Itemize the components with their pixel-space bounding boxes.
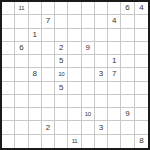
cell-r7c9[interactable] <box>108 82 121 95</box>
cell-r10c5[interactable] <box>55 121 68 134</box>
given-1-r3c3[interactable]: 1 <box>29 29 42 42</box>
cell-r9c4[interactable] <box>42 108 55 121</box>
cell-r1c5[interactable] <box>55 2 68 15</box>
cell-r8c5[interactable] <box>55 95 68 108</box>
cell-r3c9[interactable] <box>108 29 121 42</box>
given-9-r4c7[interactable]: 9 <box>82 42 95 55</box>
given-4-r1c11[interactable]: 4 <box>135 2 148 15</box>
given-11-r1c2[interactable]: 11 <box>15 2 28 15</box>
cell-r10c2[interactable] <box>15 121 28 134</box>
cell-r4c4[interactable] <box>42 42 55 55</box>
cell-r1c6[interactable] <box>68 2 81 15</box>
cell-r10c1[interactable] <box>2 121 15 134</box>
cell-r1c1[interactable] <box>2 2 15 15</box>
given-6-r1c10[interactable]: 6 <box>121 2 134 15</box>
cell-r8c3[interactable] <box>29 95 42 108</box>
cell-r2c6[interactable] <box>68 15 81 28</box>
cell-r6c10[interactable] <box>121 68 134 81</box>
cell-r3c4[interactable] <box>42 29 55 42</box>
cell-r3c7[interactable] <box>82 29 95 42</box>
cell-r6c7[interactable] <box>82 68 95 81</box>
cell-r10c10[interactable] <box>121 121 134 134</box>
cell-r2c7[interactable] <box>82 15 95 28</box>
cell-r9c9[interactable] <box>108 108 121 121</box>
cell-r10c11[interactable] <box>135 121 148 134</box>
given-11-r11c6[interactable]: 11 <box>68 135 81 148</box>
given-5-r5c5[interactable]: 5 <box>55 55 68 68</box>
cell-r7c3[interactable] <box>29 82 42 95</box>
cell-r5c10[interactable] <box>121 55 134 68</box>
cell-r10c3[interactable] <box>29 121 42 134</box>
cell-r9c2[interactable] <box>15 108 28 121</box>
cell-r5c11[interactable] <box>135 55 148 68</box>
cell-r11c4[interactable] <box>42 135 55 148</box>
cell-r1c7[interactable] <box>82 2 95 15</box>
cell-r2c1[interactable] <box>2 15 15 28</box>
given-1-r5c9[interactable]: 1 <box>108 55 121 68</box>
cell-r8c2[interactable] <box>15 95 28 108</box>
cell-r7c10[interactable] <box>121 82 134 95</box>
cell-r4c11[interactable] <box>135 42 148 55</box>
cell-r6c11[interactable] <box>135 68 148 81</box>
cell-r2c2[interactable] <box>15 15 28 28</box>
cell-r2c10[interactable] <box>121 15 134 28</box>
cell-r8c1[interactable] <box>2 95 15 108</box>
cell-r1c9[interactable] <box>108 2 121 15</box>
cell-r11c3[interactable] <box>29 135 42 148</box>
cell-r3c8[interactable] <box>95 29 108 42</box>
cell-r11c2[interactable] <box>15 135 28 148</box>
cell-r11c10[interactable] <box>121 135 134 148</box>
given-4-r2c9[interactable]: 4 <box>108 15 121 28</box>
cell-r1c3[interactable] <box>29 2 42 15</box>
given-9-r9c10[interactable]: 9 <box>121 108 134 121</box>
cell-r1c4[interactable] <box>42 2 55 15</box>
cell-r3c11[interactable] <box>135 29 148 42</box>
cell-r8c10[interactable] <box>121 95 134 108</box>
cell-r10c6[interactable] <box>68 121 81 134</box>
cell-r3c5[interactable] <box>55 29 68 42</box>
cell-r4c9[interactable] <box>108 42 121 55</box>
cell-r7c4[interactable] <box>42 82 55 95</box>
cell-r8c9[interactable] <box>108 95 121 108</box>
cell-r4c8[interactable] <box>95 42 108 55</box>
cell-r5c7[interactable] <box>82 55 95 68</box>
given-2-r10c4[interactable]: 2 <box>42 121 55 134</box>
cell-r5c4[interactable] <box>42 55 55 68</box>
cell-r7c11[interactable] <box>135 82 148 95</box>
given-7-r6c9[interactable]: 7 <box>108 68 121 81</box>
cell-r7c6[interactable] <box>68 82 81 95</box>
cell-r1c8[interactable] <box>95 2 108 15</box>
cell-r9c8[interactable] <box>95 108 108 121</box>
cell-r2c5[interactable] <box>55 15 68 28</box>
given-10-r9c7[interactable]: 10 <box>82 108 95 121</box>
cell-r8c6[interactable] <box>68 95 81 108</box>
cell-r11c5[interactable] <box>55 135 68 148</box>
given-6-r4c2[interactable]: 6 <box>15 42 28 55</box>
given-10-r6c5[interactable]: 10 <box>55 68 68 81</box>
cell-r9c1[interactable] <box>2 108 15 121</box>
cell-r2c3[interactable] <box>29 15 42 28</box>
cell-r11c9[interactable] <box>108 135 121 148</box>
cell-r5c2[interactable] <box>15 55 28 68</box>
given-3-r10c8[interactable]: 3 <box>95 121 108 134</box>
cell-r4c1[interactable] <box>2 42 15 55</box>
given-2-r4c5[interactable]: 2 <box>55 42 68 55</box>
cell-r10c7[interactable] <box>82 121 95 134</box>
cell-r3c2[interactable] <box>15 29 28 42</box>
cell-r3c1[interactable] <box>2 29 15 42</box>
cell-r6c2[interactable] <box>15 68 28 81</box>
given-8-r6c3[interactable]: 8 <box>29 68 42 81</box>
cell-r11c8[interactable] <box>95 135 108 148</box>
cell-r5c8[interactable] <box>95 55 108 68</box>
cell-r7c1[interactable] <box>2 82 15 95</box>
given-3-r6c8[interactable]: 3 <box>95 68 108 81</box>
cell-r8c4[interactable] <box>42 95 55 108</box>
given-7-r2c4[interactable]: 7 <box>42 15 55 28</box>
cell-r2c8[interactable] <box>95 15 108 28</box>
cell-r5c6[interactable] <box>68 55 81 68</box>
cell-r3c10[interactable] <box>121 29 134 42</box>
cell-r3c6[interactable] <box>68 29 81 42</box>
numberlink-board: 11647416295181037510923118 <box>0 0 150 150</box>
cell-r5c3[interactable] <box>29 55 42 68</box>
cell-r8c11[interactable] <box>135 95 148 108</box>
cell-r5c1[interactable] <box>2 55 15 68</box>
given-5-r7c5[interactable]: 5 <box>55 82 68 95</box>
cell-r9c6[interactable] <box>68 108 81 121</box>
given-8-r11c11[interactable]: 8 <box>135 135 148 148</box>
cell-r11c7[interactable] <box>82 135 95 148</box>
cell-r4c10[interactable] <box>121 42 134 55</box>
cell-r9c3[interactable] <box>29 108 42 121</box>
cell-r2c11[interactable] <box>135 15 148 28</box>
cell-r4c3[interactable] <box>29 42 42 55</box>
cell-r6c6[interactable] <box>68 68 81 81</box>
cell-r8c8[interactable] <box>95 95 108 108</box>
cell-r7c7[interactable] <box>82 82 95 95</box>
cell-r11c1[interactable] <box>2 135 15 148</box>
cell-r9c11[interactable] <box>135 108 148 121</box>
cell-r4c6[interactable] <box>68 42 81 55</box>
cell-r6c4[interactable] <box>42 68 55 81</box>
cell-r7c8[interactable] <box>95 82 108 95</box>
cell-r8c7[interactable] <box>82 95 95 108</box>
cell-r10c9[interactable] <box>108 121 121 134</box>
cell-r9c5[interactable] <box>55 108 68 121</box>
cell-r7c2[interactable] <box>15 82 28 95</box>
cell-r6c1[interactable] <box>2 68 15 81</box>
